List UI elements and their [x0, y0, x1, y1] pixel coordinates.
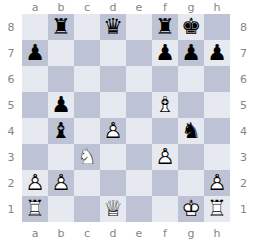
rank-label-right-1: 1 — [230, 196, 257, 222]
black-queen-glyph: ♛ — [100, 14, 126, 40]
piece-black-pawn: ♟ — [22, 40, 48, 66]
piece-black-pawn: ♟ — [204, 40, 230, 66]
square-d7[interactable] — [100, 40, 126, 66]
white-bishop-outline-glyph: ♗ — [152, 92, 178, 118]
square-g4[interactable]: ♞ — [178, 118, 204, 144]
square-g6[interactable] — [178, 66, 204, 92]
black-rook-glyph: ♜ — [48, 14, 74, 40]
white-pawn-outline-glyph: ♙ — [100, 118, 126, 144]
square-f2[interactable] — [152, 170, 178, 196]
rank-label-right-5: 5 — [230, 92, 257, 118]
piece-white-rook: ♜♖ — [22, 196, 48, 222]
square-h4[interactable] — [204, 118, 230, 144]
white-rook-outline-glyph: ♖ — [22, 196, 48, 222]
square-d1[interactable]: ♛♕ — [100, 196, 126, 222]
corner-spacer — [230, 0, 257, 14]
square-e8[interactable] — [126, 14, 152, 40]
file-label-top-c: c — [74, 0, 100, 14]
square-d2[interactable] — [100, 170, 126, 196]
rank-label-right-6: 6 — [230, 66, 257, 92]
square-a2[interactable]: ♟♙ — [22, 170, 48, 196]
file-label-top-b: b — [48, 0, 74, 14]
rank-label-left-4: 4 — [0, 118, 22, 144]
piece-white-pawn: ♟♙ — [100, 118, 126, 144]
piece-black-pawn: ♟ — [48, 92, 74, 118]
file-label-bottom-c: c — [74, 222, 100, 244]
square-e3[interactable] — [126, 144, 152, 170]
white-rook-outline-glyph: ♖ — [204, 196, 230, 222]
piece-white-pawn: ♟♙ — [22, 170, 48, 196]
square-c6[interactable] — [74, 66, 100, 92]
black-pawn-glyph: ♟ — [152, 40, 178, 66]
square-a3[interactable] — [22, 144, 48, 170]
piece-white-knight: ♞♘ — [74, 144, 100, 170]
file-label-bottom-h: h — [204, 222, 230, 244]
piece-white-rook: ♜♖ — [204, 196, 230, 222]
square-h6[interactable] — [204, 66, 230, 92]
square-e7[interactable] — [126, 40, 152, 66]
file-label-bottom-d: d — [100, 222, 126, 244]
square-e1[interactable] — [126, 196, 152, 222]
corner-spacer — [230, 222, 257, 244]
square-b3[interactable] — [48, 144, 74, 170]
black-pawn-glyph: ♟ — [178, 40, 204, 66]
square-g5[interactable] — [178, 92, 204, 118]
white-pawn-outline-glyph: ♙ — [152, 144, 178, 170]
square-h5[interactable] — [204, 92, 230, 118]
file-label-bottom-f: f — [152, 222, 178, 244]
rank-label-left-5: 5 — [0, 92, 22, 118]
piece-black-rook: ♜ — [48, 14, 74, 40]
piece-black-king: ♚ — [178, 14, 204, 40]
square-a1[interactable]: ♜♖ — [22, 196, 48, 222]
piece-white-pawn: ♟♙ — [48, 170, 74, 196]
piece-white-bishop: ♝♗ — [152, 92, 178, 118]
square-e4[interactable] — [126, 118, 152, 144]
square-h8[interactable] — [204, 14, 230, 40]
square-d6[interactable] — [100, 66, 126, 92]
black-pawn-glyph: ♟ — [204, 40, 230, 66]
file-label-top-d: d — [100, 0, 126, 14]
piece-black-knight: ♞ — [178, 118, 204, 144]
square-b6[interactable] — [48, 66, 74, 92]
square-f7[interactable]: ♟ — [152, 40, 178, 66]
file-label-bottom-a: a — [22, 222, 48, 244]
square-f3[interactable]: ♟♙ — [152, 144, 178, 170]
white-pawn-outline-glyph: ♙ — [22, 170, 48, 196]
file-label-bottom-g: g — [178, 222, 204, 244]
square-b8[interactable]: ♜ — [48, 14, 74, 40]
square-a4[interactable] — [22, 118, 48, 144]
black-pawn-glyph: ♟ — [48, 92, 74, 118]
square-c5[interactable] — [74, 92, 100, 118]
square-d4[interactable]: ♟♙ — [100, 118, 126, 144]
square-c3[interactable]: ♞♘ — [74, 144, 100, 170]
square-a5[interactable] — [22, 92, 48, 118]
corner-spacer — [0, 0, 22, 14]
piece-black-pawn: ♟ — [152, 40, 178, 66]
rank-label-left-7: 7 — [0, 40, 22, 66]
square-d3[interactable] — [100, 144, 126, 170]
white-king-outline-glyph: ♔ — [178, 196, 204, 222]
file-label-top-a: a — [22, 0, 48, 14]
black-knight-glyph: ♞ — [178, 118, 204, 144]
white-queen-outline-glyph: ♕ — [100, 196, 126, 222]
piece-black-bishop: ♝ — [48, 118, 74, 144]
file-label-top-h: h — [204, 0, 230, 14]
piece-white-pawn: ♟♙ — [204, 170, 230, 196]
square-f8[interactable]: ♜ — [152, 14, 178, 40]
black-pawn-glyph: ♟ — [22, 40, 48, 66]
file-label-bottom-b: b — [48, 222, 74, 244]
square-c1[interactable] — [74, 196, 100, 222]
square-g2[interactable] — [178, 170, 204, 196]
black-king-glyph: ♚ — [178, 14, 204, 40]
piece-black-rook: ♜ — [152, 14, 178, 40]
square-c4[interactable] — [74, 118, 100, 144]
square-a6[interactable] — [22, 66, 48, 92]
square-f5[interactable]: ♝♗ — [152, 92, 178, 118]
square-f4[interactable] — [152, 118, 178, 144]
square-f6[interactable] — [152, 66, 178, 92]
piece-black-queen: ♛ — [100, 14, 126, 40]
rank-label-right-3: 3 — [230, 144, 257, 170]
piece-white-pawn: ♟♙ — [152, 144, 178, 170]
square-b4[interactable]: ♝ — [48, 118, 74, 144]
square-h2[interactable]: ♟♙ — [204, 170, 230, 196]
white-knight-outline-glyph: ♘ — [74, 144, 100, 170]
rank-label-right-7: 7 — [230, 40, 257, 66]
square-c7[interactable] — [74, 40, 100, 66]
square-e5[interactable] — [126, 92, 152, 118]
rank-label-right-8: 8 — [230, 14, 257, 40]
square-h7[interactable]: ♟ — [204, 40, 230, 66]
file-label-top-f: f — [152, 0, 178, 14]
piece-white-king: ♚♔ — [178, 196, 204, 222]
square-h1[interactable]: ♜♖ — [204, 196, 230, 222]
square-d8[interactable]: ♛ — [100, 14, 126, 40]
file-label-top-g: g — [178, 0, 204, 14]
chessboard: abcdefgh8♜♛♜♚87♟♟♟♟7665♟♝♗54♝♟♙♞43♞♘♟♙32… — [0, 0, 257, 244]
square-a8[interactable] — [22, 14, 48, 40]
square-d5[interactable] — [100, 92, 126, 118]
square-b2[interactable]: ♟♙ — [48, 170, 74, 196]
square-b5[interactable]: ♟ — [48, 92, 74, 118]
square-g3[interactable] — [178, 144, 204, 170]
square-e6[interactable] — [126, 66, 152, 92]
white-pawn-outline-glyph: ♙ — [48, 170, 74, 196]
square-c2[interactable] — [74, 170, 100, 196]
piece-black-pawn: ♟ — [178, 40, 204, 66]
square-a7[interactable]: ♟ — [22, 40, 48, 66]
square-b7[interactable] — [48, 40, 74, 66]
rank-label-left-6: 6 — [0, 66, 22, 92]
rank-label-left-1: 1 — [0, 196, 22, 222]
rank-label-left-8: 8 — [0, 14, 22, 40]
square-f1[interactable] — [152, 196, 178, 222]
black-rook-glyph: ♜ — [152, 14, 178, 40]
rank-label-right-4: 4 — [230, 118, 257, 144]
square-c8[interactable] — [74, 14, 100, 40]
file-label-bottom-e: e — [126, 222, 152, 244]
black-bishop-glyph: ♝ — [48, 118, 74, 144]
square-h3[interactable] — [204, 144, 230, 170]
rank-label-right-2: 2 — [230, 170, 257, 196]
white-pawn-outline-glyph: ♙ — [204, 170, 230, 196]
file-label-top-e: e — [126, 0, 152, 14]
square-b1[interactable] — [48, 196, 74, 222]
rank-label-left-2: 2 — [0, 170, 22, 196]
square-g8[interactable]: ♚ — [178, 14, 204, 40]
square-g1[interactable]: ♚♔ — [178, 196, 204, 222]
square-e2[interactable] — [126, 170, 152, 196]
piece-white-queen: ♛♕ — [100, 196, 126, 222]
chess-diagram: abcdefgh8♜♛♜♚87♟♟♟♟7665♟♝♗54♝♟♙♞43♞♘♟♙32… — [0, 0, 257, 244]
corner-spacer — [0, 222, 22, 244]
square-g7[interactable]: ♟ — [178, 40, 204, 66]
rank-label-left-3: 3 — [0, 144, 22, 170]
